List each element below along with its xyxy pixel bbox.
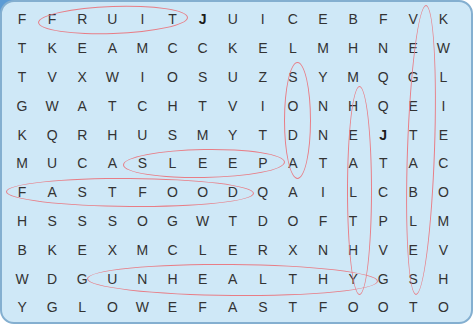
cell-r11c15[interactable]: O <box>428 293 458 322</box>
cell-r6c13[interactable]: T <box>368 149 398 178</box>
cell-r5c2[interactable]: Q <box>37 120 67 149</box>
cell-r10c15[interactable]: H <box>428 264 458 293</box>
cell-r7c6[interactable]: O <box>157 178 187 207</box>
cell-r5c11[interactable]: N <box>308 120 338 149</box>
cell-r9c5[interactable]: M <box>127 235 157 264</box>
cell-r3c1[interactable]: T <box>7 63 37 92</box>
cell-r6c12[interactable]: A <box>338 149 368 178</box>
cell-r11c6[interactable]: E <box>157 293 187 322</box>
cell-r8c15[interactable]: M <box>428 207 458 236</box>
cell-r2c2[interactable]: K <box>37 34 67 63</box>
cell-r3c3[interactable]: X <box>67 63 97 92</box>
cell-r3c5[interactable]: I <box>127 63 157 92</box>
cell-r1c3[interactable]: R <box>67 5 97 34</box>
cell-r10c8[interactable]: A <box>218 264 248 293</box>
cell-r11c12[interactable]: O <box>338 293 368 322</box>
cell-r5c8[interactable]: Y <box>218 120 248 149</box>
cell-r8c8[interactable]: T <box>218 207 248 236</box>
cell-r2c14[interactable]: E <box>398 34 428 63</box>
cell-r8c3[interactable]: S <box>67 207 97 236</box>
cell-r2c3[interactable]: E <box>67 34 97 63</box>
cell-r3c10[interactable]: S <box>278 63 308 92</box>
cell-r1c10[interactable]: C <box>278 5 308 34</box>
cell-r10c10[interactable]: T <box>278 264 308 293</box>
cell-r7c9[interactable]: Q <box>248 178 278 207</box>
cell-r1c8[interactable]: U <box>218 5 248 34</box>
cell-r8c1[interactable]: H <box>7 207 37 236</box>
cell-r1c12[interactable]: B <box>338 5 368 34</box>
cell-r5c10[interactable]: D <box>278 120 308 149</box>
cell-r1c5[interactable]: I <box>127 5 157 34</box>
cell-r2c6[interactable]: C <box>157 34 187 63</box>
cell-r11c3[interactable]: L <box>67 293 97 322</box>
cell-r7c15[interactable]: O <box>428 178 458 207</box>
cell-r8c9[interactable]: D <box>248 207 278 236</box>
cell-r5c3[interactable]: R <box>67 120 97 149</box>
cell-r4c2[interactable]: W <box>37 91 67 120</box>
cell-r1c9[interactable]: I <box>248 5 278 34</box>
cell-r7c13[interactable]: C <box>368 178 398 207</box>
cell-r6c15[interactable]: C <box>428 149 458 178</box>
cell-r1c11[interactable]: E <box>308 5 338 34</box>
cell-r4c10[interactable]: O <box>278 91 308 120</box>
cell-r7c3[interactable]: S <box>67 178 97 207</box>
cell-r3c14[interactable]: G <box>398 63 428 92</box>
cell-r8c14[interactable]: L <box>398 207 428 236</box>
cell-r8c2[interactable]: S <box>37 207 67 236</box>
cell-r5c7[interactable]: M <box>188 120 218 149</box>
cell-r4c4[interactable]: T <box>97 91 127 120</box>
cell-r2c13[interactable]: N <box>368 34 398 63</box>
cell-r6c10[interactable]: A <box>278 149 308 178</box>
cell-r5c9[interactable]: T <box>248 120 278 149</box>
cell-r5c5[interactable]: U <box>127 120 157 149</box>
cell-r10c1[interactable]: W <box>7 264 37 293</box>
cell-r9c2[interactable]: K <box>37 235 67 264</box>
cell-r7c7[interactable]: O <box>188 178 218 207</box>
cell-r3c12[interactable]: M <box>338 63 368 92</box>
cell-r11c14[interactable]: T <box>398 293 428 322</box>
cell-r3c6[interactable]: O <box>157 63 187 92</box>
cell-r11c10[interactable]: T <box>278 293 308 322</box>
cell-r9c1[interactable]: B <box>7 235 37 264</box>
cell-r8c5[interactable]: O <box>127 207 157 236</box>
letter-grid: FFRUITJUICEBFVKTKEAMCCKELMHNEWTVXWIOSUZS… <box>7 5 458 322</box>
cell-r9c3[interactable]: E <box>67 235 97 264</box>
cell-r6c2[interactable]: U <box>37 149 67 178</box>
cell-r9c14[interactable]: E <box>398 235 428 264</box>
cell-r11c5[interactable]: W <box>127 293 157 322</box>
cell-r10c13[interactable]: G <box>368 264 398 293</box>
cell-r8c6[interactable]: G <box>157 207 187 236</box>
cell-r6c3[interactable]: C <box>67 149 97 178</box>
cell-r1c14[interactable]: V <box>398 5 428 34</box>
cell-r4c1[interactable]: G <box>7 91 37 120</box>
cell-r9c10[interactable]: X <box>278 235 308 264</box>
cell-r6c9[interactable]: P <box>248 149 278 178</box>
cell-r7c10[interactable]: A <box>278 178 308 207</box>
cell-r7c8[interactable]: D <box>218 178 248 207</box>
cell-r6c5[interactable]: S <box>127 149 157 178</box>
cell-r3c9[interactable]: Z <box>248 63 278 92</box>
cell-r7c11[interactable]: I <box>308 178 338 207</box>
cell-r2c5[interactable]: M <box>127 34 157 63</box>
cell-r5c15[interactable]: E <box>428 120 458 149</box>
cell-r5c1[interactable]: K <box>7 120 37 149</box>
cell-r3c7[interactable]: S <box>188 63 218 92</box>
cell-r6c14[interactable]: A <box>398 149 428 178</box>
cell-r6c11[interactable]: T <box>308 149 338 178</box>
cell-r4c8[interactable]: V <box>218 91 248 120</box>
cell-r11c4[interactable]: O <box>97 293 127 322</box>
cell-r2c8[interactable]: K <box>218 34 248 63</box>
cell-r1c4[interactable]: U <box>97 5 127 34</box>
cell-r9c15[interactable]: V <box>428 235 458 264</box>
cell-r4c7[interactable]: T <box>188 91 218 120</box>
cell-r9c11[interactable]: N <box>308 235 338 264</box>
cell-r2c11[interactable]: M <box>308 34 338 63</box>
cell-r10c7[interactable]: E <box>188 264 218 293</box>
cell-r10c12[interactable]: Y <box>338 264 368 293</box>
cell-r2c7[interactable]: C <box>188 34 218 63</box>
cell-r4c14[interactable]: E <box>398 91 428 120</box>
cell-r6c7[interactable]: E <box>188 149 218 178</box>
cell-r5c4[interactable]: H <box>97 120 127 149</box>
cell-r7c14[interactable]: B <box>398 178 428 207</box>
cell-r3c13[interactable]: Q <box>368 63 398 92</box>
cell-r9c6[interactable]: C <box>157 235 187 264</box>
cell-r11c13[interactable]: O <box>368 293 398 322</box>
cell-r10c14[interactable]: S <box>398 264 428 293</box>
puzzle-card: FFRUITJUICEBFVKTKEAMCCKELMHNEWTVXWIOSUZS… <box>0 0 473 324</box>
cell-r4c3[interactable]: A <box>67 91 97 120</box>
cell-r2c12[interactable]: H <box>338 34 368 63</box>
cell-r11c1[interactable]: Y <box>7 293 37 322</box>
cell-r4c5[interactable]: C <box>127 91 157 120</box>
cell-r8c11[interactable]: F <box>308 207 338 236</box>
cell-r10c3[interactable]: G <box>67 264 97 293</box>
cell-r10c9[interactable]: L <box>248 264 278 293</box>
cell-r6c1[interactable]: M <box>7 149 37 178</box>
cell-r1c7[interactable]: J <box>188 5 218 34</box>
cell-r2c10[interactable]: L <box>278 34 308 63</box>
cell-r1c2[interactable]: F <box>37 5 67 34</box>
cell-r6c6[interactable]: L <box>157 149 187 178</box>
cell-r4c9[interactable]: I <box>248 91 278 120</box>
cell-r5c6[interactable]: S <box>157 120 187 149</box>
cell-r9c12[interactable]: H <box>338 235 368 264</box>
cell-r9c8[interactable]: E <box>218 235 248 264</box>
cell-r4c15[interactable]: I <box>428 91 458 120</box>
cell-r4c6[interactable]: H <box>157 91 187 120</box>
cell-r2c9[interactable]: E <box>248 34 278 63</box>
cell-r3c15[interactable]: L <box>428 63 458 92</box>
cell-r9c13[interactable]: V <box>368 235 398 264</box>
cell-r11c7[interactable]: F <box>188 293 218 322</box>
word-search-screenshot: { "game": "word-search", "puzzle": { "ro… <box>0 0 473 324</box>
cell-r9c9[interactable]: R <box>248 235 278 264</box>
cell-r1c15[interactable]: K <box>428 5 458 34</box>
cell-r2c1[interactable]: T <box>7 34 37 63</box>
cell-r11c2[interactable]: G <box>37 293 67 322</box>
cell-r1c13[interactable]: F <box>368 5 398 34</box>
cell-r4c11[interactable]: N <box>308 91 338 120</box>
cell-r4c13[interactable]: Q <box>368 91 398 120</box>
cell-r8c7[interactable]: W <box>188 207 218 236</box>
cell-r6c4[interactable]: A <box>97 149 127 178</box>
cell-r1c6[interactable]: T <box>157 5 187 34</box>
cell-r10c5[interactable]: N <box>127 264 157 293</box>
cell-r10c6[interactable]: H <box>157 264 187 293</box>
cell-r11c11[interactable]: F <box>308 293 338 322</box>
cell-r3c2[interactable]: V <box>37 63 67 92</box>
cell-r7c5[interactable]: F <box>127 178 157 207</box>
cell-r6c8[interactable]: E <box>218 149 248 178</box>
cell-r5c13[interactable]: J <box>368 120 398 149</box>
cell-r7c2[interactable]: A <box>37 178 67 207</box>
cell-r8c13[interactable]: P <box>368 207 398 236</box>
cell-r3c4[interactable]: W <box>97 63 127 92</box>
cell-r3c11[interactable]: Y <box>308 63 338 92</box>
cell-r11c9[interactable]: S <box>248 293 278 322</box>
cell-r10c2[interactable]: D <box>37 264 67 293</box>
cell-r9c4[interactable]: X <box>97 235 127 264</box>
cell-r11c8[interactable]: A <box>218 293 248 322</box>
cell-r2c15[interactable]: W <box>428 34 458 63</box>
cell-r8c12[interactable]: T <box>338 207 368 236</box>
cell-r2c4[interactable]: A <box>97 34 127 63</box>
cell-r8c10[interactable]: O <box>278 207 308 236</box>
cell-r5c12[interactable]: E <box>338 120 368 149</box>
cell-r1c1[interactable]: F <box>7 5 37 34</box>
cell-r7c12[interactable]: L <box>338 178 368 207</box>
cell-r4c12[interactable]: H <box>338 91 368 120</box>
cell-r10c4[interactable]: U <box>97 264 127 293</box>
cell-r8c4[interactable]: S <box>97 207 127 236</box>
cell-r3c8[interactable]: U <box>218 63 248 92</box>
cell-r10c11[interactable]: H <box>308 264 338 293</box>
cell-r7c4[interactable]: T <box>97 178 127 207</box>
cell-r7c1[interactable]: F <box>7 178 37 207</box>
cell-r5c14[interactable]: T <box>398 120 428 149</box>
cell-r9c7[interactable]: L <box>188 235 218 264</box>
puzzle-stage: FFRUITJUICEBFVKTKEAMCCKELMHNEWTVXWIOSUZS… <box>0 0 473 324</box>
